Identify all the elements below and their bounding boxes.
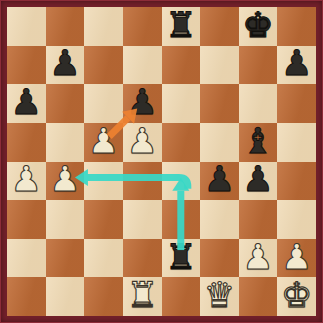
square-f7[interactable] — [200, 46, 239, 85]
piece-black-pawn-f4[interactable]: ♟ — [204, 162, 235, 197]
piece-white-pawn-c5[interactable]: ♟ — [88, 124, 119, 159]
square-a4[interactable]: ♟ — [7, 162, 46, 201]
square-g4[interactable]: ♟ — [239, 162, 278, 201]
square-c5[interactable]: ♟ — [84, 123, 123, 162]
square-d7[interactable] — [123, 46, 162, 85]
square-d5[interactable]: ♟ — [123, 123, 162, 162]
square-c2[interactable] — [84, 239, 123, 278]
square-g1[interactable] — [239, 277, 278, 316]
square-b1[interactable] — [46, 277, 85, 316]
square-f4[interactable]: ♟ — [200, 162, 239, 201]
square-a6[interactable]: ♟ — [7, 84, 46, 123]
piece-black-pawn-d6[interactable]: ♟ — [126, 85, 157, 120]
square-e6[interactable] — [162, 84, 201, 123]
square-g2[interactable]: ♟ — [239, 239, 278, 278]
piece-white-pawn-g2[interactable]: ♟ — [242, 240, 273, 275]
square-b8[interactable] — [46, 7, 85, 46]
piece-black-pawn-h7[interactable]: ♟ — [281, 46, 312, 81]
square-e1[interactable] — [162, 277, 201, 316]
square-d1[interactable]: ♜ — [123, 277, 162, 316]
square-a7[interactable] — [7, 46, 46, 85]
square-h7[interactable]: ♟ — [277, 46, 316, 85]
chess-board-frame: ♜♚♟♟♟♟♟♟♝♟♟♟♟♜♟♟♜♛♚ — [0, 0, 323, 323]
chess-board: ♜♚♟♟♟♟♟♟♝♟♟♟♟♜♟♟♜♛♚ — [7, 7, 316, 316]
square-h2[interactable]: ♟ — [277, 239, 316, 278]
square-g5[interactable]: ♝ — [239, 123, 278, 162]
square-d8[interactable] — [123, 7, 162, 46]
square-f3[interactable] — [200, 200, 239, 239]
square-d3[interactable] — [123, 200, 162, 239]
square-a8[interactable] — [7, 7, 46, 46]
square-f5[interactable] — [200, 123, 239, 162]
square-a5[interactable] — [7, 123, 46, 162]
piece-black-rook-e2[interactable]: ♜ — [165, 240, 196, 275]
square-d2[interactable] — [123, 239, 162, 278]
square-d4[interactable] — [123, 162, 162, 201]
square-a1[interactable] — [7, 277, 46, 316]
square-b7[interactable]: ♟ — [46, 46, 85, 85]
square-h8[interactable] — [277, 7, 316, 46]
square-b6[interactable] — [46, 84, 85, 123]
piece-black-pawn-b7[interactable]: ♟ — [49, 46, 80, 81]
piece-white-queen-f1[interactable]: ♛ — [204, 278, 235, 313]
square-g7[interactable] — [239, 46, 278, 85]
square-e4[interactable] — [162, 162, 201, 201]
square-e7[interactable] — [162, 46, 201, 85]
square-f1[interactable]: ♛ — [200, 277, 239, 316]
square-f8[interactable] — [200, 7, 239, 46]
square-h4[interactable] — [277, 162, 316, 201]
piece-white-pawn-a4[interactable]: ♟ — [11, 162, 42, 197]
square-g8[interactable]: ♚ — [239, 7, 278, 46]
square-b5[interactable] — [46, 123, 85, 162]
square-h5[interactable] — [277, 123, 316, 162]
piece-black-bishop-g5[interactable]: ♝ — [242, 124, 273, 159]
piece-black-pawn-g4[interactable]: ♟ — [242, 162, 273, 197]
square-h6[interactable] — [277, 84, 316, 123]
square-h3[interactable] — [277, 200, 316, 239]
square-e5[interactable] — [162, 123, 201, 162]
square-c4[interactable] — [84, 162, 123, 201]
piece-black-king-g8[interactable]: ♚ — [242, 8, 273, 43]
square-b3[interactable] — [46, 200, 85, 239]
piece-black-pawn-a6[interactable]: ♟ — [11, 85, 42, 120]
square-e8[interactable]: ♜ — [162, 7, 201, 46]
square-c7[interactable] — [84, 46, 123, 85]
square-d6[interactable]: ♟ — [123, 84, 162, 123]
square-a2[interactable] — [7, 239, 46, 278]
square-h1[interactable]: ♚ — [277, 277, 316, 316]
square-c3[interactable] — [84, 200, 123, 239]
square-c1[interactable] — [84, 277, 123, 316]
square-f6[interactable] — [200, 84, 239, 123]
square-b4[interactable]: ♟ — [46, 162, 85, 201]
piece-white-pawn-h2[interactable]: ♟ — [281, 240, 312, 275]
square-b2[interactable] — [46, 239, 85, 278]
square-e2[interactable]: ♜ — [162, 239, 201, 278]
piece-white-pawn-b4[interactable]: ♟ — [49, 162, 80, 197]
piece-black-rook-e8[interactable]: ♜ — [165, 8, 196, 43]
square-c6[interactable] — [84, 84, 123, 123]
square-g3[interactable] — [239, 200, 278, 239]
piece-white-pawn-d5[interactable]: ♟ — [126, 124, 157, 159]
piece-white-king-h1[interactable]: ♚ — [281, 278, 312, 313]
square-f2[interactable] — [200, 239, 239, 278]
square-e3[interactable] — [162, 200, 201, 239]
square-g6[interactable] — [239, 84, 278, 123]
piece-white-rook-d1[interactable]: ♜ — [126, 278, 157, 313]
square-a3[interactable] — [7, 200, 46, 239]
square-c8[interactable] — [84, 7, 123, 46]
